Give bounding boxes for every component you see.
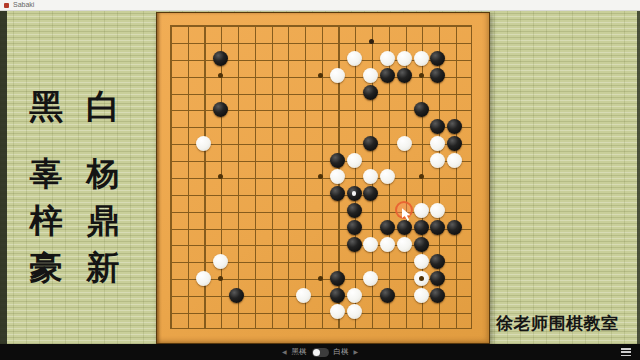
board-cell[interactable] [396, 118, 413, 135]
board-cell[interactable] [446, 219, 463, 236]
board-cell[interactable] [413, 219, 430, 236]
board-cell[interactable] [363, 270, 380, 287]
board-cell[interactable] [195, 50, 212, 67]
board-cell[interactable] [463, 101, 480, 118]
board-cell[interactable] [329, 84, 346, 101]
board-cell[interactable] [363, 50, 380, 67]
board-cell[interactable] [178, 185, 195, 202]
board-cell[interactable] [162, 303, 179, 320]
board-cell[interactable] [396, 84, 413, 101]
board-cell[interactable] [262, 101, 279, 118]
board-cell[interactable] [162, 67, 179, 84]
board-cell[interactable] [430, 84, 447, 101]
board-cell[interactable] [279, 219, 296, 236]
board-cell[interactable] [212, 84, 229, 101]
board-cell[interactable] [329, 236, 346, 253]
board-cell[interactable] [430, 219, 447, 236]
board-cell[interactable] [178, 253, 195, 270]
board-cell[interactable] [446, 168, 463, 185]
board-cell[interactable] [312, 185, 329, 202]
board-cell[interactable] [346, 84, 363, 101]
board-cell[interactable] [463, 50, 480, 67]
board-cell[interactable] [162, 185, 179, 202]
board-cell[interactable] [296, 287, 313, 304]
board-cell[interactable] [195, 17, 212, 34]
board-cell[interactable] [296, 118, 313, 135]
board-cell[interactable] [379, 84, 396, 101]
board-cell[interactable] [446, 152, 463, 169]
board-cell[interactable] [346, 118, 363, 135]
board-cell[interactable] [363, 135, 380, 152]
board-cell[interactable] [212, 287, 229, 304]
board-cell[interactable] [262, 185, 279, 202]
board-cell[interactable] [195, 33, 212, 50]
board-cell[interactable] [346, 50, 363, 67]
board-cell[interactable] [178, 236, 195, 253]
board-cell[interactable] [379, 185, 396, 202]
board-cell[interactable] [396, 50, 413, 67]
board-cell[interactable] [329, 270, 346, 287]
board-cell[interactable] [312, 50, 329, 67]
go-board[interactable] [156, 12, 490, 344]
board-cell[interactable] [162, 202, 179, 219]
board-cell[interactable] [463, 67, 480, 84]
board-cell[interactable] [279, 17, 296, 34]
board-cell[interactable] [413, 50, 430, 67]
board-cell[interactable] [379, 101, 396, 118]
turn-toggle[interactable] [312, 348, 329, 357]
board-cell[interactable] [346, 33, 363, 50]
board-cell[interactable] [162, 253, 179, 270]
board-cell[interactable] [212, 101, 229, 118]
board-cell[interactable] [212, 202, 229, 219]
board-cell[interactable] [413, 135, 430, 152]
board-cell[interactable] [229, 118, 246, 135]
board-cell[interactable] [245, 67, 262, 84]
board-cell[interactable] [178, 135, 195, 152]
board-cell[interactable] [245, 33, 262, 50]
board-cell[interactable] [195, 185, 212, 202]
board-cell[interactable] [463, 320, 480, 337]
board-cell[interactable] [262, 202, 279, 219]
board-cell[interactable] [396, 33, 413, 50]
board-cell[interactable] [413, 185, 430, 202]
board-cell[interactable] [430, 17, 447, 34]
board-cell[interactable] [446, 320, 463, 337]
board-cell[interactable] [329, 202, 346, 219]
board-cell[interactable] [178, 152, 195, 169]
board-cell[interactable] [446, 84, 463, 101]
board-cell[interactable] [346, 202, 363, 219]
board-cell[interactable] [245, 236, 262, 253]
board-cell[interactable] [296, 67, 313, 84]
board-cell[interactable] [296, 33, 313, 50]
board-cell[interactable] [262, 236, 279, 253]
board-cell[interactable] [396, 303, 413, 320]
board-cell[interactable] [262, 168, 279, 185]
board-cell[interactable] [379, 67, 396, 84]
board-cell[interactable] [413, 118, 430, 135]
board-cell[interactable] [245, 17, 262, 34]
board-cell[interactable] [379, 33, 396, 50]
board-cell[interactable] [262, 270, 279, 287]
board-cell[interactable] [312, 135, 329, 152]
board-cell[interactable] [463, 287, 480, 304]
board-cell[interactable] [346, 270, 363, 287]
board-cell[interactable] [430, 185, 447, 202]
board-cell[interactable] [379, 287, 396, 304]
board-cell[interactable] [195, 219, 212, 236]
board-cell[interactable] [346, 219, 363, 236]
board-cell[interactable] [312, 101, 329, 118]
board-cell[interactable] [245, 185, 262, 202]
board-cell[interactable] [178, 67, 195, 84]
board-cell[interactable] [296, 17, 313, 34]
board-cell[interactable] [312, 118, 329, 135]
board-cell[interactable] [346, 168, 363, 185]
board-cell[interactable] [296, 185, 313, 202]
board-cell[interactable] [363, 67, 380, 84]
board-cell[interactable] [262, 50, 279, 67]
board-cell[interactable] [245, 202, 262, 219]
board-cell[interactable] [296, 152, 313, 169]
board-cell[interactable] [379, 135, 396, 152]
board-cell[interactable] [413, 101, 430, 118]
board-cell[interactable] [245, 287, 262, 304]
board-cell[interactable] [430, 152, 447, 169]
board-cell[interactable] [430, 50, 447, 67]
board-cell[interactable] [229, 33, 246, 50]
board-cell[interactable] [413, 202, 430, 219]
board-cell[interactable] [178, 202, 195, 219]
board-cell[interactable] [245, 84, 262, 101]
board-cell[interactable] [430, 253, 447, 270]
board-cell[interactable] [379, 320, 396, 337]
board-cell[interactable] [329, 320, 346, 337]
board-cell[interactable] [396, 101, 413, 118]
board-cell[interactable] [346, 152, 363, 169]
board-cell[interactable] [346, 236, 363, 253]
board-cell[interactable] [463, 303, 480, 320]
board-cell[interactable] [162, 101, 179, 118]
board-cell[interactable] [396, 219, 413, 236]
board-cell[interactable] [262, 152, 279, 169]
board-cell[interactable] [379, 118, 396, 135]
board-cell[interactable] [195, 303, 212, 320]
board-cell[interactable] [379, 219, 396, 236]
board-cell[interactable] [446, 135, 463, 152]
board-cell[interactable] [312, 84, 329, 101]
board-cell[interactable] [396, 287, 413, 304]
board-cell[interactable] [245, 320, 262, 337]
next-move-button[interactable]: ▶ [354, 344, 359, 360]
board-cell[interactable] [279, 270, 296, 287]
board-cell[interactable] [279, 135, 296, 152]
board-cell[interactable] [346, 17, 363, 34]
board-cell[interactable] [245, 118, 262, 135]
board-cell[interactable] [430, 135, 447, 152]
board-cell[interactable] [363, 185, 380, 202]
board-cell[interactable] [413, 320, 430, 337]
board-cell[interactable] [379, 17, 396, 34]
board-cell[interactable] [296, 101, 313, 118]
board-cell[interactable] [312, 303, 329, 320]
board-cell[interactable] [463, 236, 480, 253]
board-cell[interactable] [279, 236, 296, 253]
board-cell[interactable] [162, 152, 179, 169]
board-cell[interactable] [413, 17, 430, 34]
board-cell[interactable] [363, 303, 380, 320]
board-cell[interactable] [446, 17, 463, 34]
board-cell[interactable] [312, 33, 329, 50]
board-cell[interactable] [229, 168, 246, 185]
board-cell[interactable] [463, 135, 480, 152]
board-cell[interactable] [212, 118, 229, 135]
board-cell[interactable] [229, 320, 246, 337]
board-cell[interactable] [262, 84, 279, 101]
board-cell[interactable] [346, 320, 363, 337]
board-cell[interactable] [279, 84, 296, 101]
board-cell[interactable] [178, 219, 195, 236]
board-cell[interactable] [329, 67, 346, 84]
board-cell[interactable] [312, 236, 329, 253]
board-cell[interactable] [379, 152, 396, 169]
board-cell[interactable] [296, 50, 313, 67]
board-cell[interactable] [279, 320, 296, 337]
board-cell[interactable] [212, 17, 229, 34]
board-cell[interactable] [363, 101, 380, 118]
board-cell[interactable] [229, 236, 246, 253]
board-cell[interactable] [212, 303, 229, 320]
board-cell[interactable] [463, 17, 480, 34]
board-cell[interactable] [446, 185, 463, 202]
board-cell[interactable] [195, 202, 212, 219]
board-cell[interactable] [446, 33, 463, 50]
board-cell[interactable] [245, 101, 262, 118]
board-cell[interactable] [312, 152, 329, 169]
board-cell[interactable] [329, 185, 346, 202]
board-cell[interactable] [229, 303, 246, 320]
board-cell[interactable] [262, 118, 279, 135]
board-cell[interactable] [312, 253, 329, 270]
board-cell[interactable] [212, 320, 229, 337]
board-cell[interactable] [229, 270, 246, 287]
board-cell[interactable] [229, 50, 246, 67]
board-cell[interactable] [279, 253, 296, 270]
board-cell[interactable] [413, 287, 430, 304]
board-cell[interactable] [178, 101, 195, 118]
board-cell[interactable] [463, 185, 480, 202]
board-cell[interactable] [245, 50, 262, 67]
board-cell[interactable] [329, 287, 346, 304]
board-cell[interactable] [262, 33, 279, 50]
board-cell[interactable] [162, 287, 179, 304]
board-cell[interactable] [463, 152, 480, 169]
board-cell[interactable] [296, 253, 313, 270]
board-cell[interactable] [195, 270, 212, 287]
board-cell[interactable] [212, 152, 229, 169]
board-cell[interactable] [262, 67, 279, 84]
board-cell[interactable] [279, 303, 296, 320]
board-cell[interactable] [229, 287, 246, 304]
board-cell[interactable] [363, 202, 380, 219]
board-cell[interactable] [346, 135, 363, 152]
board-cell[interactable] [363, 253, 380, 270]
board-cell[interactable] [162, 320, 179, 337]
board-cell[interactable] [329, 118, 346, 135]
board-cell[interactable] [413, 33, 430, 50]
board-cell[interactable] [245, 135, 262, 152]
board-cell[interactable] [279, 67, 296, 84]
board-cell[interactable] [346, 253, 363, 270]
board-cell[interactable] [262, 219, 279, 236]
board-cell[interactable] [195, 152, 212, 169]
board-cell[interactable] [195, 135, 212, 152]
board-cell[interactable] [178, 303, 195, 320]
menu-icon[interactable] [621, 348, 631, 356]
board-cell[interactable] [430, 101, 447, 118]
board-cell[interactable] [430, 202, 447, 219]
board-cell[interactable] [178, 287, 195, 304]
board-cell[interactable] [329, 17, 346, 34]
board-cell[interactable] [430, 320, 447, 337]
board-cell[interactable] [229, 84, 246, 101]
board-cell[interactable] [212, 219, 229, 236]
board-cell[interactable] [162, 270, 179, 287]
board-cell[interactable] [279, 101, 296, 118]
board-cell[interactable] [396, 236, 413, 253]
board-cell[interactable] [212, 50, 229, 67]
board-cell[interactable] [463, 219, 480, 236]
board-cell[interactable] [363, 320, 380, 337]
board-cell[interactable] [329, 135, 346, 152]
board-cell[interactable] [463, 253, 480, 270]
board-cell[interactable] [229, 135, 246, 152]
board-cell[interactable] [162, 17, 179, 34]
board-cell[interactable] [229, 67, 246, 84]
board-cell[interactable] [329, 253, 346, 270]
board-cell[interactable] [446, 118, 463, 135]
board-cell[interactable] [162, 219, 179, 236]
board-cell[interactable] [195, 168, 212, 185]
board-cell[interactable] [195, 236, 212, 253]
board-cell[interactable] [346, 303, 363, 320]
board-cell[interactable] [446, 101, 463, 118]
board-cell[interactable] [446, 236, 463, 253]
board-cell[interactable] [262, 135, 279, 152]
board-cell[interactable] [195, 320, 212, 337]
board-cell[interactable] [279, 202, 296, 219]
board-cell[interactable] [312, 320, 329, 337]
board-cell[interactable] [212, 135, 229, 152]
board-cell[interactable] [229, 202, 246, 219]
board-cell[interactable] [463, 33, 480, 50]
board-cell[interactable] [430, 270, 447, 287]
board-cell[interactable] [346, 101, 363, 118]
board-cell[interactable] [312, 219, 329, 236]
board-cell[interactable] [178, 50, 195, 67]
board-cell[interactable] [379, 253, 396, 270]
board-cell[interactable] [195, 84, 212, 101]
board-cell[interactable] [195, 287, 212, 304]
board-cell[interactable] [229, 219, 246, 236]
board-cell[interactable] [212, 185, 229, 202]
board-cell[interactable] [329, 50, 346, 67]
board-cell[interactable] [312, 287, 329, 304]
board-cell[interactable] [162, 236, 179, 253]
board-cell[interactable] [413, 303, 430, 320]
board-cell[interactable] [245, 270, 262, 287]
prev-move-button[interactable]: ◀ [282, 344, 287, 360]
board-cell[interactable] [229, 185, 246, 202]
board-cell[interactable] [329, 33, 346, 50]
board-cell[interactable] [262, 253, 279, 270]
board-cell[interactable] [430, 303, 447, 320]
board-cell[interactable] [329, 152, 346, 169]
board-cell[interactable] [363, 84, 380, 101]
board-cell[interactable] [162, 33, 179, 50]
board-cell[interactable] [446, 202, 463, 219]
board-cell[interactable] [363, 287, 380, 304]
board-cell[interactable] [430, 168, 447, 185]
board-cell[interactable] [446, 50, 463, 67]
board-cell[interactable] [178, 17, 195, 34]
board-cell[interactable] [363, 236, 380, 253]
board-cell[interactable] [296, 202, 313, 219]
board-cell[interactable] [296, 236, 313, 253]
board-cell[interactable] [296, 303, 313, 320]
board-cell[interactable] [195, 118, 212, 135]
board-cell[interactable] [212, 236, 229, 253]
board-cell[interactable] [396, 185, 413, 202]
board-cell[interactable] [463, 118, 480, 135]
board-cell[interactable] [329, 101, 346, 118]
board-cell[interactable] [396, 270, 413, 287]
board-cell[interactable] [195, 101, 212, 118]
board-cell[interactable] [329, 168, 346, 185]
board-cell[interactable] [178, 168, 195, 185]
board-cell[interactable] [430, 33, 447, 50]
board-cell[interactable] [430, 287, 447, 304]
board-cell[interactable] [446, 287, 463, 304]
board-cell[interactable] [296, 135, 313, 152]
board-cell[interactable] [262, 17, 279, 34]
board-cell[interactable] [279, 185, 296, 202]
board-cell[interactable] [229, 17, 246, 34]
board-cell[interactable] [446, 270, 463, 287]
board-cell[interactable] [279, 33, 296, 50]
board-cell[interactable] [463, 202, 480, 219]
board-cell[interactable] [279, 152, 296, 169]
board-cell[interactable] [229, 101, 246, 118]
board-cell[interactable] [162, 84, 179, 101]
board-cell[interactable] [379, 202, 396, 219]
board-cell[interactable] [363, 152, 380, 169]
board-cell[interactable] [262, 303, 279, 320]
board-cell[interactable] [413, 253, 430, 270]
board-cell[interactable] [363, 219, 380, 236]
board-cell[interactable] [195, 67, 212, 84]
board-cell[interactable] [262, 320, 279, 337]
board-cell[interactable] [245, 168, 262, 185]
board-cell[interactable] [178, 270, 195, 287]
board-cell[interactable] [396, 253, 413, 270]
board-cell[interactable] [346, 287, 363, 304]
board-cell[interactable] [178, 33, 195, 50]
board-cell[interactable] [245, 152, 262, 169]
board-cell[interactable] [296, 320, 313, 337]
board-cell[interactable] [296, 270, 313, 287]
